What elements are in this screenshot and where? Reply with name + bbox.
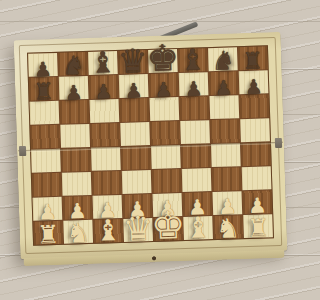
square-c1[interactable]: ♝ [93,219,123,243]
square-a1[interactable]: ♜ [33,221,63,245]
knight-glyph-icon: ♞ [216,213,241,245]
square-b3[interactable] [62,172,92,196]
square-h3[interactable] [242,166,272,190]
square-f5[interactable] [180,120,210,144]
square-h5[interactable] [240,118,270,142]
rook-glyph-icon: ♜ [33,78,54,105]
piece-black-knight[interactable]: ♞ [211,49,235,74]
square-f1[interactable]: ♝ [183,216,213,240]
square-e3[interactable] [152,169,182,193]
square-d4[interactable] [121,146,151,170]
pawn-glyph-icon: ♟ [244,74,263,99]
rook-glyph-icon: ♜ [242,48,263,75]
square-h1[interactable]: ♜ [243,214,273,238]
square-e5[interactable] [150,121,180,145]
square-a2[interactable]: ♟ [33,197,63,221]
square-a7[interactable]: ♜ [29,77,59,101]
square-c8[interactable]: ♝ [88,51,118,75]
piece-white-rook[interactable]: ♜ [37,223,60,247]
piece-white-bishop[interactable]: ♝ [95,217,122,245]
square-h8[interactable]: ♜ [238,46,268,70]
piece-white-rook[interactable]: ♜ [247,217,270,241]
square-f8[interactable]: ♝ [178,48,208,72]
piece-black-pawn[interactable]: ♟ [214,78,233,98]
square-a4[interactable] [31,149,61,173]
square-g3[interactable] [212,167,242,191]
square-c3[interactable] [92,171,122,195]
square-b5[interactable] [60,124,90,148]
chess-board: ♟♞♝♛♚♝♞♜♜♟♟♟♟♟♟♟♟♟♟♟♟♟♟♟♜♞♝♛♚♝♞♜ [14,32,288,259]
piece-black-pawn[interactable]: ♟ [184,79,203,99]
piece-black-pawn[interactable]: ♟ [244,77,263,97]
square-h2[interactable]: ♟ [242,190,272,214]
square-d5[interactable] [120,122,150,146]
pawn-glyph-icon: ♟ [94,79,113,104]
piece-white-bishop[interactable]: ♝ [185,215,212,243]
square-b8[interactable]: ♞ [58,52,88,76]
piece-black-queen[interactable]: ♛ [118,45,149,77]
piece-black-knight[interactable]: ♞ [61,53,85,78]
square-g5[interactable] [210,119,240,143]
piece-white-queen[interactable]: ♛ [122,212,153,245]
piece-black-rook[interactable]: ♜ [33,81,54,103]
square-b4[interactable] [61,148,91,172]
piece-black-pawn[interactable]: ♟ [155,80,174,100]
king-glyph-icon: ♚ [150,203,185,248]
piece-black-pawn[interactable]: ♟ [65,83,84,103]
hinge-right-icon [275,137,282,147]
knight-glyph-icon: ♞ [211,49,235,74]
square-b2[interactable]: ♟ [63,196,93,220]
square-a5[interactable] [30,125,60,149]
hinge-left-icon [19,145,26,155]
piece-black-pawn[interactable]: ♟ [95,82,114,102]
square-g8[interactable]: ♞ [208,47,238,71]
king-glyph-icon: ♚ [146,37,180,79]
square-g1[interactable]: ♞ [213,215,243,239]
bishop-glyph-icon: ♝ [89,46,116,81]
piece-black-rook[interactable]: ♜ [242,51,263,73]
piece-black-bishop[interactable]: ♝ [179,47,206,75]
square-c4[interactable] [91,147,121,171]
square-e1[interactable]: ♚ [153,217,183,241]
square-c5[interactable] [90,123,120,147]
piece-black-pawn[interactable]: ♟ [125,81,144,101]
pawn-glyph-icon: ♟ [184,76,203,101]
piece-black-pawn[interactable]: ♟ [34,60,53,80]
knight-glyph-icon: ♞ [61,53,85,78]
piece-white-knight[interactable]: ♞ [66,220,91,246]
chessboard-grid: ♟♞♝♛♚♝♞♜♜♟♟♟♟♟♟♟♟♟♟♟♟♟♟♟♜♞♝♛♚♝♞♜ [27,45,274,245]
square-g2[interactable]: ♟ [212,191,242,215]
pawn-glyph-icon: ♟ [154,77,173,102]
square-f4[interactable] [181,144,211,168]
square-e4[interactable] [151,145,181,169]
square-f3[interactable] [182,168,212,192]
square-d8[interactable]: ♛ [118,50,148,74]
piece-white-knight[interactable]: ♞ [216,216,241,242]
bishop-glyph-icon: ♝ [185,211,212,246]
queen-glyph-icon: ♛ [117,41,148,81]
square-e8[interactable]: ♚ [148,49,178,73]
knight-glyph-icon: ♞ [66,217,91,249]
square-d1[interactable]: ♛ [123,218,153,242]
square-d3[interactable] [122,170,152,194]
piece-black-king[interactable]: ♚ [146,41,179,76]
square-a3[interactable] [32,173,62,197]
rook-glyph-icon: ♜ [37,220,60,250]
piece-black-bishop[interactable]: ♝ [89,50,116,78]
bishop-glyph-icon: ♝ [179,43,206,78]
square-a8[interactable]: ♟ [28,53,58,77]
piece-white-king[interactable]: ♚ [150,207,185,244]
pawn-glyph-icon: ♟ [214,75,233,100]
rook-glyph-icon: ♜ [246,214,269,244]
square-h4[interactable] [241,142,271,166]
pawn-glyph-icon: ♟ [64,80,83,105]
pawn-glyph-icon: ♟ [124,78,143,103]
square-b1[interactable]: ♞ [63,220,93,244]
square-g4[interactable] [211,143,241,167]
bishop-glyph-icon: ♝ [95,213,122,248]
